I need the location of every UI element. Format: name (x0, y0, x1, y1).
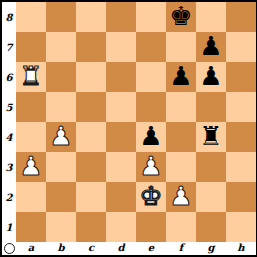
square-e8[interactable] (136, 2, 166, 32)
square-b1[interactable] (46, 212, 76, 242)
square-a7[interactable] (16, 32, 46, 62)
square-g3[interactable] (196, 152, 226, 182)
square-f3[interactable] (166, 152, 196, 182)
white-pawn[interactable]: ♟ (49, 123, 72, 149)
square-b6[interactable] (46, 62, 76, 92)
square-d6[interactable] (106, 62, 136, 92)
rank-label-1: 1 (2, 212, 16, 242)
square-b5[interactable] (46, 92, 76, 122)
square-g6[interactable]: ♟ (196, 62, 226, 92)
square-d8[interactable] (106, 2, 136, 32)
square-f1[interactable] (166, 212, 196, 242)
rank-label-3: 3 (2, 152, 16, 182)
square-b4[interactable]: ♟ (46, 122, 76, 152)
white-rook[interactable]: ♜ (19, 63, 42, 89)
file-label-d: d (106, 242, 136, 255)
square-c5[interactable] (76, 92, 106, 122)
rank-label-6: 6 (2, 62, 16, 92)
square-g8[interactable] (196, 2, 226, 32)
square-e5[interactable] (136, 92, 166, 122)
square-f5[interactable] (166, 92, 196, 122)
square-c2[interactable] (76, 182, 106, 212)
file-label-g: g (196, 242, 226, 255)
square-g7[interactable]: ♟ (196, 32, 226, 62)
white-pawn[interactable]: ♟ (19, 153, 42, 179)
square-h8[interactable] (226, 2, 256, 32)
black-pawn[interactable]: ♟ (139, 123, 162, 149)
square-a6[interactable]: ♜ (16, 62, 46, 92)
rank-label-2: 2 (2, 182, 16, 212)
square-c1[interactable] (76, 212, 106, 242)
file-label-a: a (16, 242, 46, 255)
square-e1[interactable] (136, 212, 166, 242)
square-d3[interactable] (106, 152, 136, 182)
file-label-c: c (76, 242, 106, 255)
square-f7[interactable] (166, 32, 196, 62)
white-to-move-indicator (4, 243, 15, 254)
square-h3[interactable] (226, 152, 256, 182)
file-label-f: f (166, 242, 196, 255)
black-pawn[interactable]: ♟ (199, 63, 222, 89)
square-b2[interactable] (46, 182, 76, 212)
square-h6[interactable] (226, 62, 256, 92)
square-d4[interactable] (106, 122, 136, 152)
square-c4[interactable] (76, 122, 106, 152)
rank-label-8: 8 (2, 2, 16, 32)
white-pawn[interactable]: ♟ (139, 153, 162, 179)
square-d7[interactable] (106, 32, 136, 62)
square-a2[interactable] (16, 182, 46, 212)
square-g4[interactable]: ♜ (196, 122, 226, 152)
square-a3[interactable]: ♟ (16, 152, 46, 182)
square-f2[interactable]: ♟ (166, 182, 196, 212)
square-h1[interactable] (226, 212, 256, 242)
square-f8[interactable]: ♚ (166, 2, 196, 32)
square-h7[interactable] (226, 32, 256, 62)
square-d1[interactable] (106, 212, 136, 242)
square-e4[interactable]: ♟ (136, 122, 166, 152)
square-e7[interactable] (136, 32, 166, 62)
file-label-h: h (226, 242, 256, 255)
rank-label-4: 4 (2, 122, 16, 152)
chess-diagram: 87654321 ♚♟♜♟♟♟♟♜♟♟♚♟ abcdefgh (0, 0, 257, 257)
black-king[interactable]: ♚ (169, 3, 192, 29)
square-f6[interactable]: ♟ (166, 62, 196, 92)
square-g2[interactable] (196, 182, 226, 212)
square-b8[interactable] (46, 2, 76, 32)
square-a1[interactable] (16, 212, 46, 242)
square-c6[interactable] (76, 62, 106, 92)
black-rook[interactable]: ♜ (199, 123, 222, 149)
square-c7[interactable] (76, 32, 106, 62)
rank-label-5: 5 (2, 92, 16, 122)
square-c8[interactable] (76, 2, 106, 32)
square-e6[interactable] (136, 62, 166, 92)
black-pawn[interactable]: ♟ (199, 33, 222, 59)
square-h4[interactable] (226, 122, 256, 152)
rank-labels: 87654321 (2, 2, 16, 242)
square-b3[interactable] (46, 152, 76, 182)
square-h5[interactable] (226, 92, 256, 122)
square-d5[interactable] (106, 92, 136, 122)
white-pawn[interactable]: ♟ (169, 183, 192, 209)
square-a4[interactable] (16, 122, 46, 152)
black-pawn[interactable]: ♟ (169, 63, 192, 89)
square-f4[interactable] (166, 122, 196, 152)
white-king[interactable]: ♚ (139, 183, 162, 209)
square-e2[interactable]: ♚ (136, 182, 166, 212)
square-e3[interactable]: ♟ (136, 152, 166, 182)
file-labels: abcdefgh (2, 242, 256, 255)
square-a8[interactable] (16, 2, 46, 32)
square-g1[interactable] (196, 212, 226, 242)
file-label-e: e (136, 242, 166, 255)
square-g5[interactable] (196, 92, 226, 122)
square-a5[interactable] (16, 92, 46, 122)
square-b7[interactable] (46, 32, 76, 62)
square-h2[interactable] (226, 182, 256, 212)
file-label-b: b (46, 242, 76, 255)
rank-label-7: 7 (2, 32, 16, 62)
chess-board: ♚♟♜♟♟♟♟♜♟♟♚♟ (16, 2, 256, 242)
square-d2[interactable] (106, 182, 136, 212)
square-c3[interactable] (76, 152, 106, 182)
